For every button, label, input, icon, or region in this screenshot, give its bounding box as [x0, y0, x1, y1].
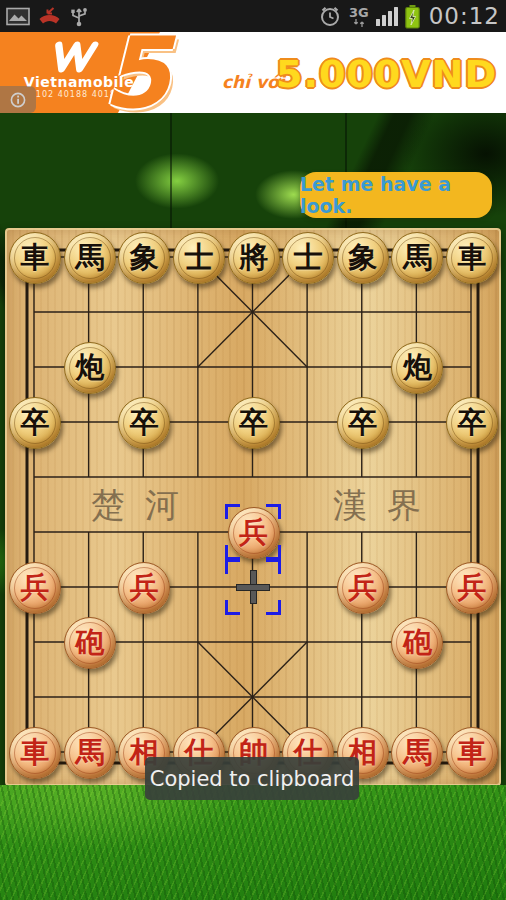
piece-glyph: 車	[447, 233, 497, 283]
piece-glyph: 馬	[392, 233, 442, 283]
background-seam	[170, 113, 172, 233]
gallery-notification-icon	[6, 7, 30, 26]
piece-glyph: 砲	[65, 618, 115, 668]
piece-glyph: 卒	[119, 398, 169, 448]
piece-glyph: 卒	[447, 398, 497, 448]
selection-marker-to	[225, 504, 281, 560]
piece-glyph: 將	[229, 233, 279, 283]
piece-glyph: 士	[174, 233, 224, 283]
toast-text: Copied to clipboard	[150, 767, 355, 791]
piece-red-兵-2-6[interactable]: 兵	[118, 562, 170, 614]
piece-red-兵-0-6[interactable]: 兵	[9, 562, 61, 614]
phone-screen: 3G 00:12 Vietnamobile	[0, 0, 506, 900]
piece-glyph: 炮	[392, 343, 442, 393]
selection-corner	[266, 545, 281, 560]
piece-glyph: 炮	[65, 343, 115, 393]
data-activity-arrows-icon	[352, 19, 366, 27]
xiangqi-board[interactable]: 楚河 漢界 車馬象士將士象馬車炮炮卒卒卒卒卒兵兵兵兵兵砲砲車馬相仕帥仕相馬車	[5, 228, 501, 786]
signal-strength-icon	[376, 6, 398, 26]
piece-glyph: 兵	[338, 563, 388, 613]
selection-corner	[266, 504, 281, 519]
network-type-indicator: 3G	[349, 6, 369, 27]
piece-red-車-0-9[interactable]: 車	[9, 727, 61, 779]
ad-price: 5.000VND	[276, 52, 497, 96]
piece-black-車-8-0[interactable]: 車	[446, 232, 498, 284]
piece-black-卒-0-3[interactable]: 卒	[9, 397, 61, 449]
battery-charging-icon	[405, 4, 420, 29]
piece-glyph: 兵	[119, 563, 169, 613]
piece-red-兵-8-6[interactable]: 兵	[446, 562, 498, 614]
piece-black-卒-8-3[interactable]: 卒	[446, 397, 498, 449]
piece-black-炮-7-2[interactable]: 炮	[391, 342, 443, 394]
piece-black-馬-1-0[interactable]: 馬	[64, 232, 116, 284]
toast-notification: Copied to clipboard	[145, 757, 359, 800]
piece-glyph: 馬	[392, 728, 442, 778]
selection-corner	[225, 600, 240, 615]
piece-glyph: 馬	[65, 728, 115, 778]
piece-glyph: 車	[447, 728, 497, 778]
piece-glyph: 象	[338, 233, 388, 283]
ad-big-number: 5	[102, 32, 170, 113]
piece-glyph: 卒	[10, 398, 60, 448]
piece-black-士-5-0[interactable]: 士	[282, 232, 334, 284]
piece-black-將-4-0[interactable]: 將	[228, 232, 280, 284]
piece-red-馬-1-9[interactable]: 馬	[64, 727, 116, 779]
selection-corner	[225, 545, 240, 560]
status-bar[interactable]: 3G 00:12	[0, 0, 506, 32]
piece-glyph: 車	[10, 728, 60, 778]
piece-glyph: 兵	[447, 563, 497, 613]
piece-glyph: 車	[10, 233, 60, 283]
river-label-right: 漢界	[333, 485, 441, 525]
piece-black-象-6-0[interactable]: 象	[337, 232, 389, 284]
piece-black-馬-7-0[interactable]: 馬	[391, 232, 443, 284]
info-icon	[10, 92, 26, 108]
speech-bubble: Let me have a look.	[300, 172, 492, 218]
piece-black-卒-4-3[interactable]: 卒	[228, 397, 280, 449]
piece-red-砲-1-7[interactable]: 砲	[64, 617, 116, 669]
selection-corner	[266, 600, 281, 615]
missed-call-icon	[37, 6, 62, 27]
piece-black-卒-2-3[interactable]: 卒	[118, 397, 170, 449]
clock-time: 00:12	[429, 3, 500, 29]
speech-bubble-text: Let me have a look.	[300, 173, 492, 217]
alarm-icon	[318, 4, 342, 28]
piece-black-卒-6-3[interactable]: 卒	[337, 397, 389, 449]
piece-red-兵-6-6[interactable]: 兵	[337, 562, 389, 614]
piece-glyph: 兵	[10, 563, 60, 613]
piece-red-砲-7-7[interactable]: 砲	[391, 617, 443, 669]
selection-corner	[266, 559, 281, 574]
grass-foreground	[0, 785, 506, 900]
ad-info-button[interactable]	[0, 86, 36, 113]
piece-glyph: 砲	[392, 618, 442, 668]
piece-glyph: 馬	[65, 233, 115, 283]
piece-glyph: 卒	[338, 398, 388, 448]
piece-glyph: 卒	[229, 398, 279, 448]
piece-black-炮-1-2[interactable]: 炮	[64, 342, 116, 394]
selection-corner	[225, 559, 240, 574]
piece-black-車-0-0[interactable]: 車	[9, 232, 61, 284]
piece-red-車-8-9[interactable]: 車	[446, 727, 498, 779]
ad-banner[interactable]: Vietnamobile 102 40188 40186 5 chỉ với 5…	[0, 32, 506, 113]
network-type-label: 3G	[349, 6, 369, 19]
selection-marker-from	[225, 559, 281, 615]
usb-icon	[69, 5, 89, 27]
piece-red-馬-7-9[interactable]: 馬	[391, 727, 443, 779]
selection-corner	[225, 504, 240, 519]
piece-black-象-2-0[interactable]: 象	[118, 232, 170, 284]
river-label-left: 楚河	[91, 485, 199, 525]
notification-icons	[6, 5, 89, 27]
piece-glyph: 士	[283, 233, 333, 283]
piece-black-士-3-0[interactable]: 士	[173, 232, 225, 284]
system-status-icons: 3G 00:12	[318, 3, 500, 29]
piece-glyph: 象	[119, 233, 169, 283]
